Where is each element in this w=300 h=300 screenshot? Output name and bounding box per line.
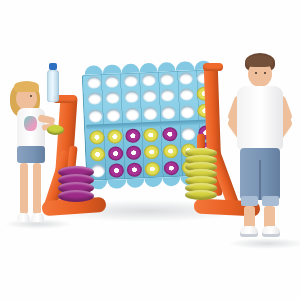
- cell-r5c4[interactable]: [143, 143, 162, 160]
- cell-r4c1[interactable]: [87, 129, 106, 146]
- cell-r1c3[interactable]: [121, 72, 140, 88]
- water-bottle: [47, 70, 59, 102]
- yellow-spare-ring: [185, 190, 217, 200]
- cell-r6c4[interactable]: [143, 160, 162, 177]
- purple-spare-disc-stack[interactable]: [58, 170, 94, 202]
- yellow-ring: [107, 130, 123, 145]
- cell-r4c3[interactable]: [124, 127, 143, 144]
- cell-r4c4[interactable]: [142, 127, 161, 144]
- cell-r3c6[interactable]: [177, 103, 196, 121]
- boy-leg-right: [264, 206, 275, 228]
- purple-ring: [109, 163, 125, 178]
- cell-r1c2[interactable]: [103, 73, 122, 89]
- cell-r1c6[interactable]: [176, 70, 195, 86]
- cell-r1c4[interactable]: [139, 72, 158, 88]
- purple-ring: [125, 129, 141, 144]
- board-edge-bump: [108, 179, 127, 189]
- girl-shoe-right: [31, 213, 44, 222]
- cell-r5c2[interactable]: [106, 145, 125, 162]
- boy-shoe-left: [240, 226, 258, 237]
- empty-hole: [123, 74, 138, 87]
- empty-hole: [161, 89, 176, 102]
- empty-hole: [161, 106, 176, 119]
- boy-hair-fringe: [246, 55, 273, 67]
- empty-hole: [107, 108, 122, 121]
- empty-hole: [125, 108, 140, 121]
- cell-r2c2[interactable]: [104, 89, 123, 107]
- cell-r1c5[interactable]: [158, 71, 177, 87]
- boy-leg-left: [244, 206, 255, 228]
- board-edge-bump: [162, 177, 181, 187]
- empty-hole: [178, 72, 193, 85]
- boy-jeans-cuff-left: [241, 196, 258, 206]
- cell-r2c4[interactable]: [140, 87, 159, 105]
- yellow-ring: [89, 130, 105, 145]
- cell-r4c2[interactable]: [105, 128, 124, 145]
- empty-hole: [87, 76, 102, 89]
- yellow-ring: [145, 161, 161, 176]
- boy-shoe-right: [262, 226, 280, 237]
- right-post-cap: [203, 63, 223, 71]
- cell-r5c5[interactable]: [161, 142, 180, 159]
- board-upper-grid: [82, 69, 218, 125]
- purple-ring: [126, 145, 142, 160]
- held-yellow-green-ring[interactable]: [47, 125, 64, 135]
- empty-hole: [180, 105, 195, 118]
- empty-hole: [142, 73, 157, 86]
- yellow-ring: [163, 144, 179, 159]
- board-edge-bump: [126, 178, 145, 188]
- cell-r2c1[interactable]: [85, 90, 104, 108]
- girl-hair-bangs: [14, 81, 39, 92]
- empty-hole: [106, 91, 121, 104]
- yellow-ring: [90, 147, 106, 162]
- empty-hole: [124, 91, 139, 104]
- purple-ring: [162, 127, 178, 142]
- water-bottle-cap: [49, 63, 57, 70]
- purple-ring: [163, 160, 179, 175]
- girl-eye: [30, 95, 32, 97]
- cell-r3c5[interactable]: [159, 104, 178, 122]
- boy-shadow: [228, 238, 300, 249]
- empty-hole: [105, 75, 120, 88]
- empty-hole: [181, 127, 196, 140]
- boy-jeans-seam: [259, 160, 261, 200]
- cell-r6c2[interactable]: [107, 161, 126, 178]
- girl-leg-right: [33, 163, 41, 214]
- purple-ring: [127, 162, 143, 177]
- empty-hole: [88, 92, 103, 105]
- board-edge-bump: [144, 178, 163, 188]
- yellow-ring: [144, 128, 160, 143]
- cell-r4c6[interactable]: [178, 125, 197, 142]
- product-photo-connect-four: [0, 0, 300, 300]
- cell-r3c4[interactable]: [141, 104, 160, 122]
- girl-leg-left: [20, 163, 28, 214]
- girl-denim-shorts: [17, 146, 45, 163]
- cell-r2c5[interactable]: [158, 86, 177, 104]
- empty-hole: [143, 107, 158, 120]
- cell-r6c5[interactable]: [162, 159, 181, 176]
- boy-eye-left: [255, 72, 257, 74]
- yellow-ring: [144, 145, 160, 160]
- purple-ring: [108, 146, 124, 161]
- yellow-spare-disc-stack[interactable]: [185, 151, 217, 200]
- empty-hole: [142, 90, 157, 103]
- cell-r5c3[interactable]: [124, 144, 143, 161]
- cell-r2c6[interactable]: [177, 86, 196, 104]
- boy-tshirt: [237, 86, 283, 150]
- cell-r2c3[interactable]: [122, 88, 141, 106]
- purple-spare-ring: [58, 190, 94, 202]
- cell-r1c1[interactable]: [85, 74, 104, 90]
- girl-shoe-left: [17, 213, 30, 222]
- cell-r5c1[interactable]: [88, 146, 107, 163]
- boy-jeans-cuff-right: [262, 196, 279, 206]
- boy-eye-right: [264, 72, 266, 74]
- cell-r3c2[interactable]: [104, 106, 123, 124]
- cell-r6c3[interactable]: [125, 161, 144, 178]
- cell-r3c1[interactable]: [86, 107, 105, 125]
- empty-hole: [88, 109, 103, 122]
- empty-hole: [179, 88, 194, 101]
- empty-hole: [160, 73, 175, 86]
- cell-r4c5[interactable]: [160, 126, 179, 143]
- cell-r3c3[interactable]: [123, 105, 142, 123]
- girl-shirt-print: [24, 116, 37, 131]
